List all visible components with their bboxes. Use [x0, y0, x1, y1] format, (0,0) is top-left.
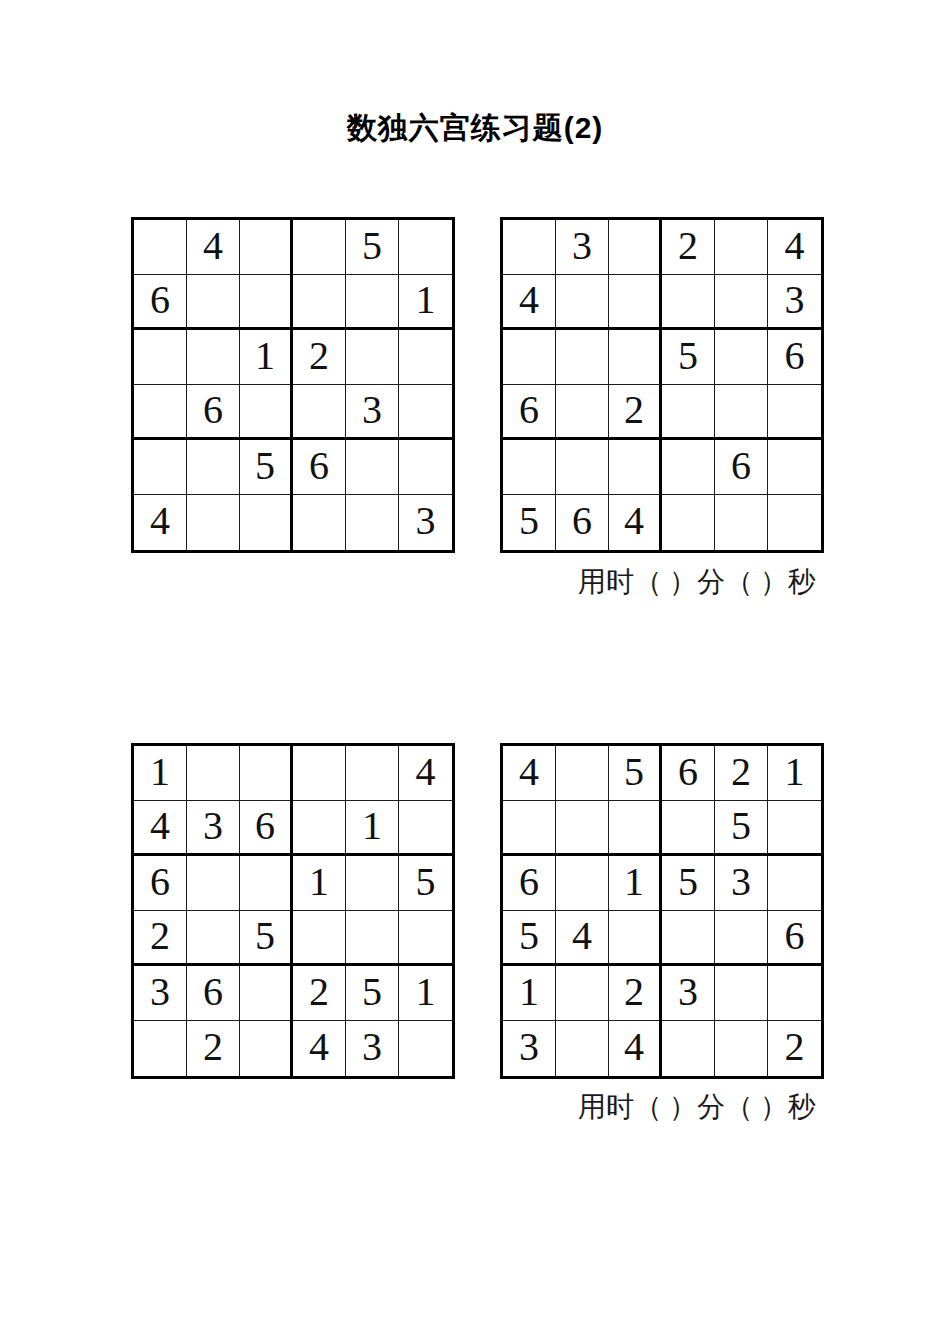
sudoku-grid-3: 1443616152536251243: [131, 743, 455, 1079]
cell-r4-c2-given: 6: [187, 385, 240, 440]
cell-r1-c6-given: 4: [399, 746, 452, 801]
cell-r6-c1-given: 4: [134, 495, 187, 550]
cell-r5-c3-empty: [609, 440, 662, 495]
cell-r3-c1-empty: [503, 330, 556, 385]
cell-r5-c6-empty: [399, 440, 452, 495]
cell-r4-c5-empty: [715, 911, 768, 966]
cell-r5-c6-empty: [768, 966, 821, 1021]
cell-r2-c5-given: 1: [346, 801, 399, 856]
cell-r6-c4-given: 4: [293, 1021, 346, 1076]
timer-label-1: 用时（ ）分（ ）秒: [578, 563, 816, 601]
cell-r4-c6-empty: [768, 385, 821, 440]
cell-r5-c3-given: 5: [240, 440, 293, 495]
cell-r5-c4-given: 2: [293, 966, 346, 1021]
cell-r3-c4-given: 1: [293, 856, 346, 911]
cell-r2-c6-given: 1: [399, 275, 452, 330]
cell-r5-c2-empty: [556, 966, 609, 1021]
cell-r2-c3-empty: [609, 275, 662, 330]
cell-r1-c3-empty: [240, 220, 293, 275]
cell-r2-c1-given: 4: [503, 275, 556, 330]
cell-r6-c5-empty: [715, 1021, 768, 1076]
cell-r3-c1-given: 6: [134, 856, 187, 911]
cell-r5-c1-given: 1: [503, 966, 556, 1021]
cell-r6-c3-given: 4: [609, 1021, 662, 1076]
sudoku-grid-4: 4562156153546123342: [500, 743, 824, 1079]
cell-r2-c4-empty: [293, 801, 346, 856]
cell-r4-c4-empty: [662, 911, 715, 966]
cell-r5-c4-given: 3: [662, 966, 715, 1021]
cell-r6-c6-given: 3: [399, 495, 452, 550]
cell-r4-c1-given: 5: [503, 911, 556, 966]
cell-r3-c6-empty: [399, 330, 452, 385]
cell-r1-c4-given: 6: [662, 746, 715, 801]
cell-r2-c3-empty: [240, 275, 293, 330]
cell-r1-c5-given: 5: [346, 220, 399, 275]
cell-r1-c1-given: 1: [134, 746, 187, 801]
cell-r3-c5-given: 3: [715, 856, 768, 911]
cell-r4-c3-given: 5: [240, 911, 293, 966]
cell-r6-c6-empty: [399, 1021, 452, 1076]
cell-r4-c2-empty: [187, 911, 240, 966]
cell-r5-c1-empty: [503, 440, 556, 495]
cell-r6-c6-empty: [768, 495, 821, 550]
cell-r3-c3-given: 1: [609, 856, 662, 911]
sudoku-grid-1: 456112635643: [131, 217, 455, 553]
cell-r6-c2-given: 6: [556, 495, 609, 550]
cell-r1-c1-empty: [134, 220, 187, 275]
cell-r2-c5-given: 5: [715, 801, 768, 856]
cell-r3-c2-empty: [556, 856, 609, 911]
cell-r3-c6-given: 5: [399, 856, 452, 911]
cell-r6-c6-given: 2: [768, 1021, 821, 1076]
cell-r2-c6-empty: [399, 801, 452, 856]
cell-r3-c3-given: 1: [240, 330, 293, 385]
cell-r2-c6-given: 3: [768, 275, 821, 330]
cell-r1-c4-empty: [293, 746, 346, 801]
cell-r3-c2-empty: [187, 856, 240, 911]
cell-r4-c4-empty: [293, 385, 346, 440]
cell-r6-c2-empty: [556, 1021, 609, 1076]
cell-r1-c6-given: 4: [768, 220, 821, 275]
cell-r1-c2-given: 4: [187, 220, 240, 275]
cell-r4-c3-empty: [240, 385, 293, 440]
cell-r1-c3-empty: [609, 220, 662, 275]
cell-r5-c5-given: 5: [346, 966, 399, 1021]
cell-r5-c5-empty: [715, 966, 768, 1021]
cell-r3-c1-given: 6: [503, 856, 556, 911]
cell-r5-c6-empty: [768, 440, 821, 495]
cell-r5-c5-empty: [346, 440, 399, 495]
cell-r1-c5-empty: [346, 746, 399, 801]
cell-r2-c2-empty: [556, 801, 609, 856]
cell-r1-c4-given: 2: [662, 220, 715, 275]
worksheet-page: 数独六宫练习题(2) 456112635643 3244356626564 用时…: [0, 0, 950, 1344]
cell-r1-c5-empty: [715, 220, 768, 275]
cell-r3-c2-empty: [556, 330, 609, 385]
cell-r4-c4-empty: [293, 911, 346, 966]
cell-r2-c2-empty: [556, 275, 609, 330]
cell-r3-c4-given: 5: [662, 330, 715, 385]
cell-r4-c3-empty: [609, 911, 662, 966]
cell-r6-c1-empty: [134, 1021, 187, 1076]
cell-r1-c2-empty: [187, 746, 240, 801]
cell-r6-c3-given: 4: [609, 495, 662, 550]
cell-r3-c5-empty: [715, 330, 768, 385]
cell-r5-c3-empty: [240, 966, 293, 1021]
cell-r5-c4-given: 6: [293, 440, 346, 495]
cell-r2-c6-empty: [768, 801, 821, 856]
cell-r6-c1-given: 3: [503, 1021, 556, 1076]
cell-r2-c4-empty: [293, 275, 346, 330]
cell-r2-c5-empty: [346, 275, 399, 330]
cell-r5-c1-empty: [134, 440, 187, 495]
cell-r1-c6-given: 1: [768, 746, 821, 801]
cell-r3-c4-given: 2: [293, 330, 346, 385]
cell-r2-c2-empty: [187, 275, 240, 330]
cell-r2-c4-empty: [662, 275, 715, 330]
cell-r3-c2-empty: [187, 330, 240, 385]
cell-r1-c1-empty: [503, 220, 556, 275]
cell-r6-c5-empty: [346, 495, 399, 550]
cell-r6-c3-empty: [240, 495, 293, 550]
cell-r3-c6-empty: [768, 856, 821, 911]
cell-r2-c4-empty: [662, 801, 715, 856]
cell-r4-c4-empty: [662, 385, 715, 440]
sudoku-grid-2: 3244356626564: [500, 217, 824, 553]
cell-r4-c1-given: 6: [503, 385, 556, 440]
cell-r3-c1-empty: [134, 330, 187, 385]
cell-r2-c5-empty: [715, 275, 768, 330]
cell-r1-c4-empty: [293, 220, 346, 275]
cell-r1-c3-empty: [240, 746, 293, 801]
cell-r5-c3-given: 2: [609, 966, 662, 1021]
cell-r6-c4-empty: [293, 495, 346, 550]
cell-r5-c4-empty: [662, 440, 715, 495]
cell-r2-c3-given: 6: [240, 801, 293, 856]
cell-r1-c6-empty: [399, 220, 452, 275]
cell-r5-c2-empty: [187, 440, 240, 495]
cell-r3-c5-empty: [346, 856, 399, 911]
cell-r6-c5-empty: [715, 495, 768, 550]
cell-r5-c5-given: 6: [715, 440, 768, 495]
cell-r6-c1-given: 5: [503, 495, 556, 550]
cell-r6-c5-given: 3: [346, 1021, 399, 1076]
cell-r4-c6-empty: [399, 911, 452, 966]
page-title: 数独六宫练习题(2): [0, 108, 950, 149]
cell-r3-c3-empty: [609, 330, 662, 385]
cell-r3-c4-given: 5: [662, 856, 715, 911]
cell-r5-c2-given: 6: [187, 966, 240, 1021]
cell-r6-c2-given: 2: [187, 1021, 240, 1076]
cell-r3-c6-given: 6: [768, 330, 821, 385]
cell-r6-c4-empty: [662, 495, 715, 550]
cell-r4-c3-given: 2: [609, 385, 662, 440]
cell-r5-c1-given: 3: [134, 966, 187, 1021]
cell-r4-c2-empty: [556, 385, 609, 440]
cell-r4-c1-given: 2: [134, 911, 187, 966]
cell-r3-c5-empty: [346, 330, 399, 385]
cell-r2-c3-empty: [609, 801, 662, 856]
timer-label-2: 用时（ ）分（ ）秒: [578, 1088, 816, 1126]
cell-r6-c3-empty: [240, 1021, 293, 1076]
cell-r4-c2-given: 4: [556, 911, 609, 966]
cell-r5-c6-given: 1: [399, 966, 452, 1021]
cell-r6-c4-empty: [662, 1021, 715, 1076]
cell-r5-c2-empty: [556, 440, 609, 495]
cell-r1-c5-given: 2: [715, 746, 768, 801]
cell-r6-c2-empty: [187, 495, 240, 550]
cell-r4-c5-given: 3: [346, 385, 399, 440]
cell-r4-c5-empty: [715, 385, 768, 440]
cell-r2-c2-given: 3: [187, 801, 240, 856]
cell-r4-c5-empty: [346, 911, 399, 966]
cell-r4-c6-empty: [399, 385, 452, 440]
cell-r2-c1-empty: [503, 801, 556, 856]
cell-r2-c1-given: 6: [134, 275, 187, 330]
cell-r1-c2-given: 3: [556, 220, 609, 275]
cell-r1-c3-given: 5: [609, 746, 662, 801]
cell-r4-c1-empty: [134, 385, 187, 440]
cell-r1-c2-empty: [556, 746, 609, 801]
cell-r3-c3-empty: [240, 856, 293, 911]
cell-r2-c1-given: 4: [134, 801, 187, 856]
cell-r4-c6-given: 6: [768, 911, 821, 966]
cell-r1-c1-given: 4: [503, 746, 556, 801]
